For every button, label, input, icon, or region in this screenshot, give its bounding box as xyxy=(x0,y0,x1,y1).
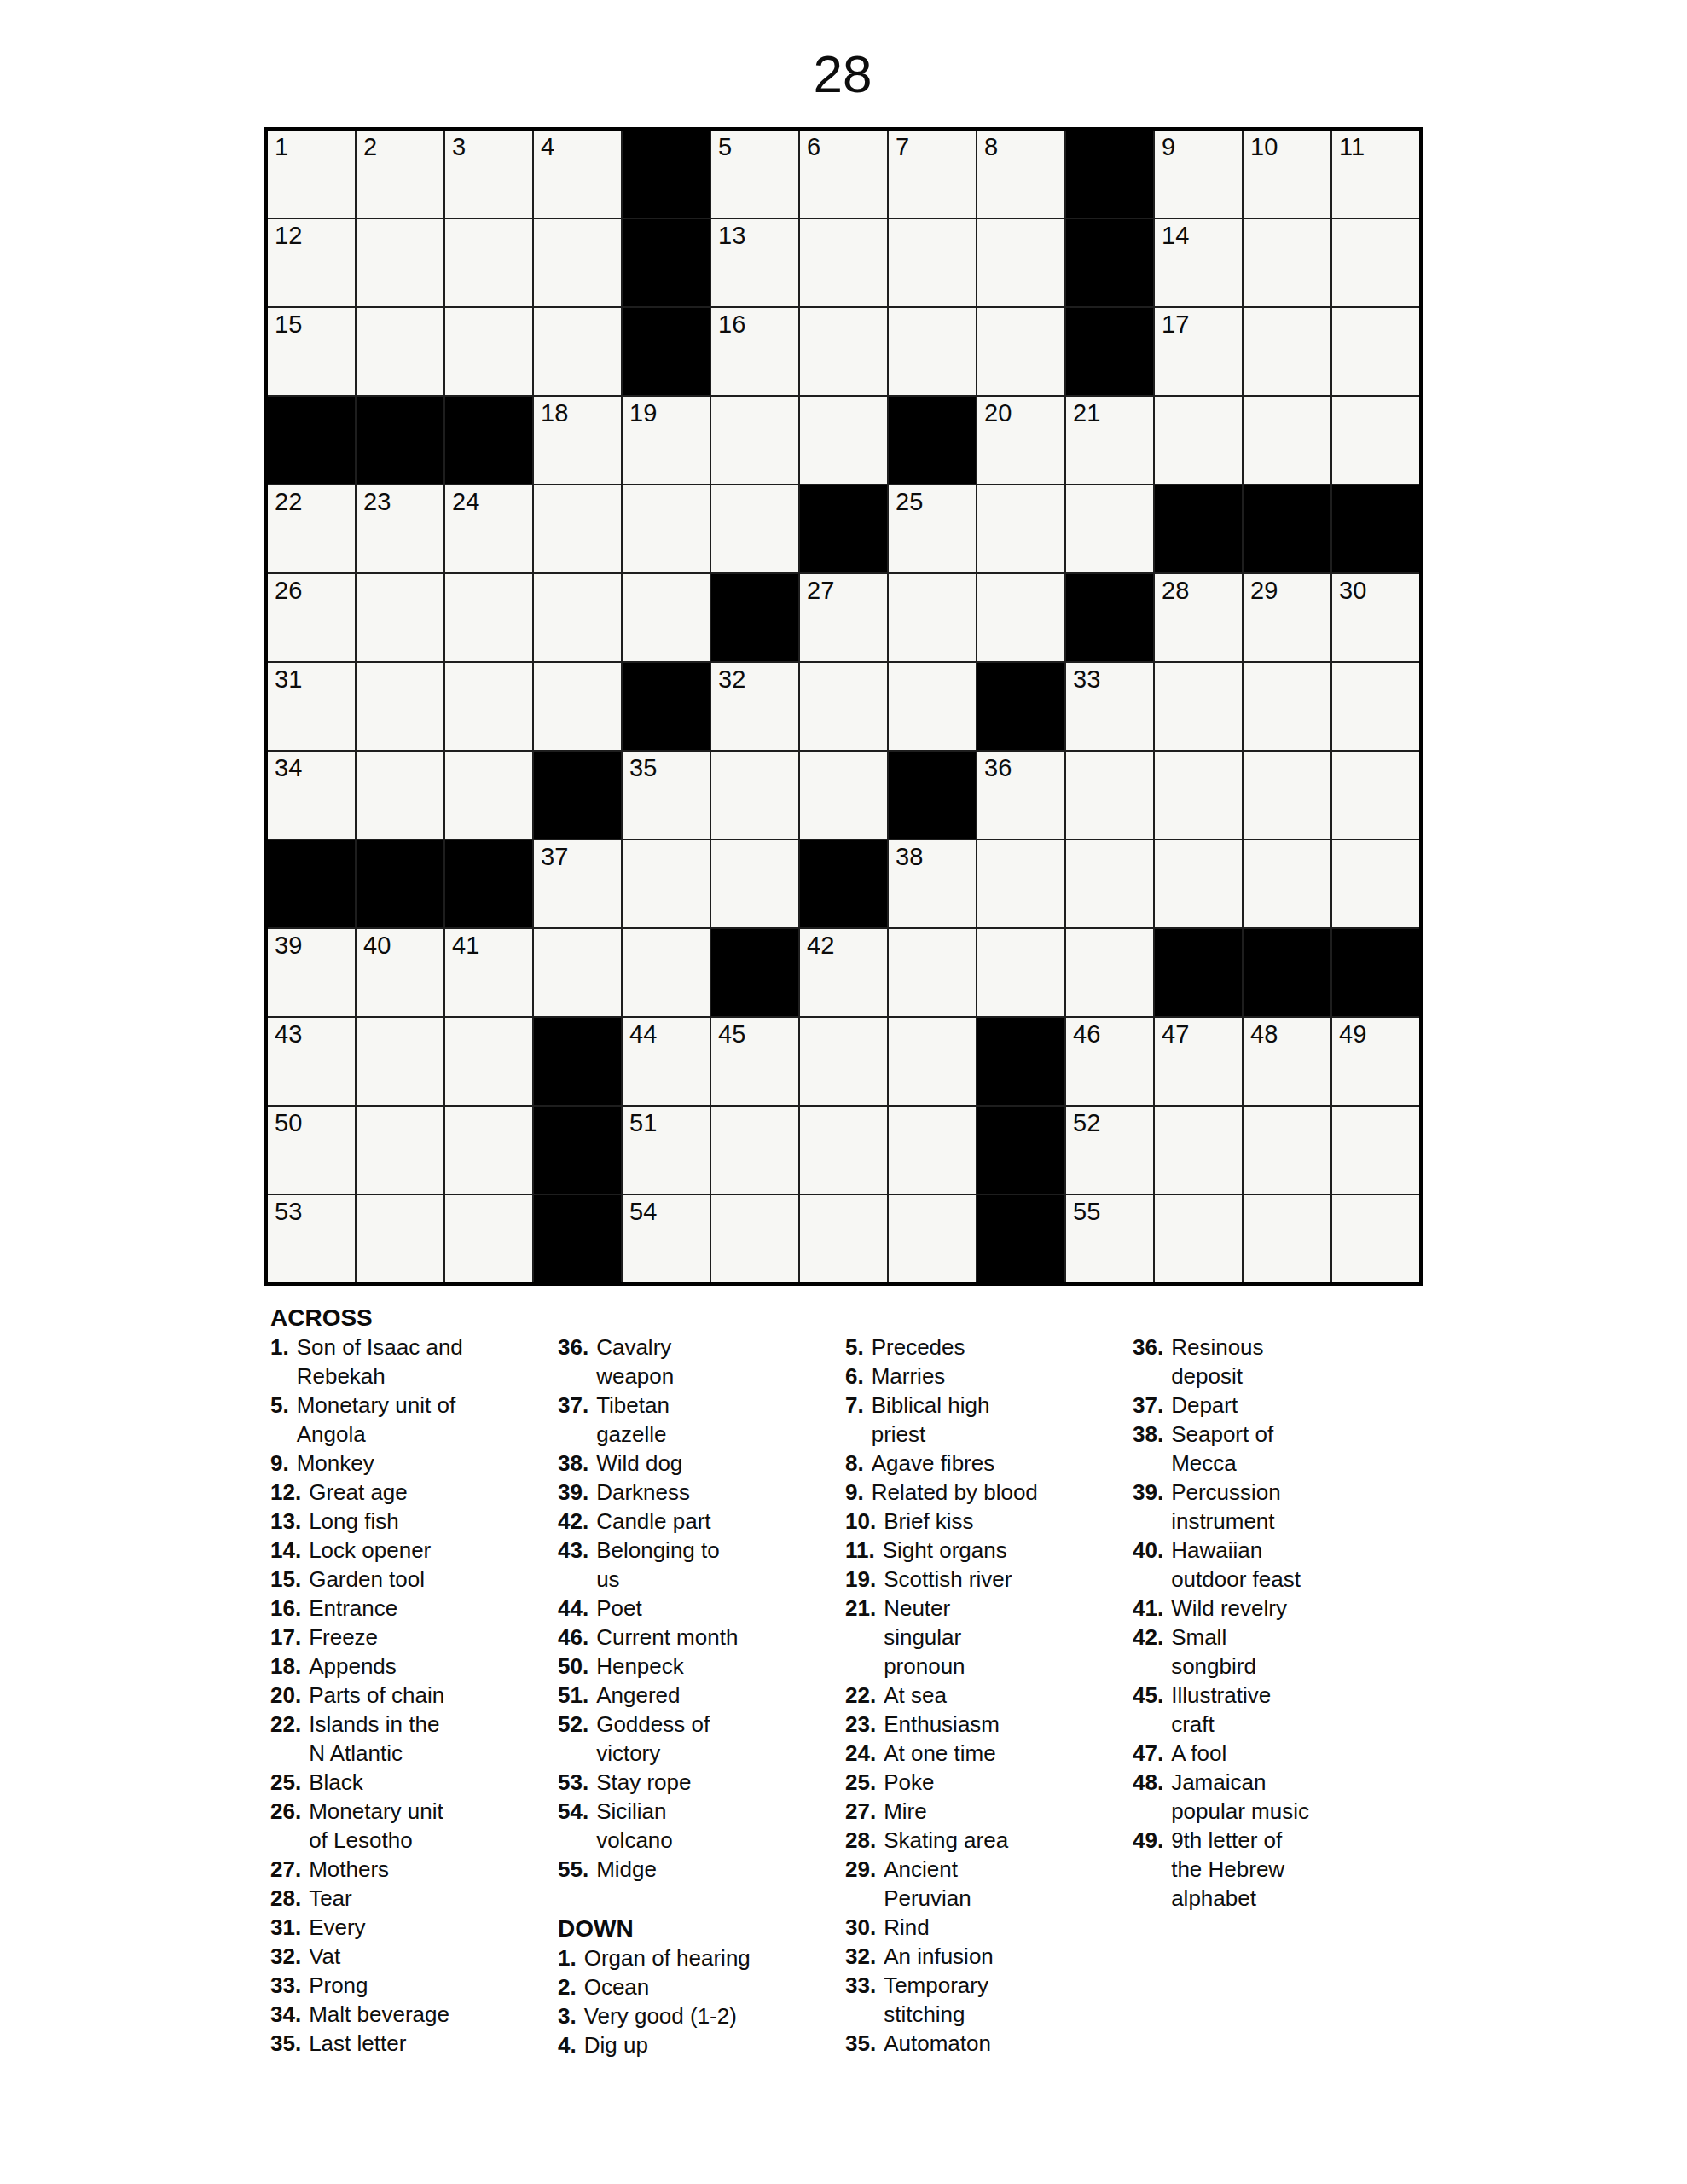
down-clue-21: 21.Neuter singular pronoun xyxy=(845,1594,1119,1681)
white-cell[interactable] xyxy=(1244,397,1330,484)
cell-number: 25 xyxy=(896,490,923,514)
white-cell[interactable] xyxy=(800,1018,887,1105)
cell-number: 50 xyxy=(275,1111,302,1136)
white-cell[interactable] xyxy=(623,574,710,661)
black-cell xyxy=(445,397,532,484)
white-cell[interactable]: 16 xyxy=(711,308,798,395)
white-cell[interactable]: 14 xyxy=(1155,219,1242,306)
black-cell xyxy=(268,397,355,484)
cell-number: 52 xyxy=(1073,1111,1100,1136)
white-cell[interactable]: 44 xyxy=(623,1018,710,1105)
white-cell[interactable]: 5 xyxy=(711,131,798,218)
white-cell[interactable] xyxy=(1066,752,1153,839)
white-cell[interactable] xyxy=(1244,1195,1330,1282)
white-cell[interactable] xyxy=(800,219,887,306)
black-cell xyxy=(1066,131,1153,218)
across-clue-31: 31.Every xyxy=(270,1913,544,1942)
white-cell[interactable]: 34 xyxy=(268,752,355,839)
clue-text: Sight organs xyxy=(883,1536,1007,1565)
clue-text: Enthusiasm xyxy=(884,1710,1000,1739)
clue-number: 38. xyxy=(558,1449,588,1478)
across-clue-38: 38.Wild dog xyxy=(558,1449,832,1478)
clue-number: 32. xyxy=(270,1942,301,1971)
white-cell[interactable]: 39 xyxy=(268,929,355,1016)
white-cell[interactable]: 20 xyxy=(977,397,1064,484)
white-cell[interactable] xyxy=(711,1107,798,1194)
white-cell[interactable] xyxy=(977,929,1064,1016)
black-cell xyxy=(534,1195,621,1282)
white-cell[interactable]: 36 xyxy=(977,752,1064,839)
clue-text: Sicilian volcano xyxy=(596,1797,673,1855)
across-clue-42: 42.Candle part xyxy=(558,1507,832,1536)
cell-number: 53 xyxy=(275,1199,302,1224)
white-cell[interactable]: 27 xyxy=(800,574,887,661)
clue-text: Small songbird xyxy=(1171,1623,1256,1681)
white-cell[interactable] xyxy=(623,485,710,572)
clue-number: 36. xyxy=(1133,1333,1163,1391)
clue-text: Depart xyxy=(1171,1391,1238,1420)
down-clue-27: 27.Mire xyxy=(845,1797,1119,1826)
white-cell[interactable]: 52 xyxy=(1066,1107,1153,1194)
white-cell[interactable] xyxy=(1244,219,1330,306)
black-cell xyxy=(1155,485,1242,572)
across-clue-43: 43.Belonging to us xyxy=(558,1536,832,1594)
across-clue-17: 17.Freeze xyxy=(270,1623,544,1652)
clue-text: Tibetan gazelle xyxy=(596,1391,670,1449)
clue-number: 32. xyxy=(845,1942,876,1971)
white-cell[interactable] xyxy=(800,1195,887,1282)
across-clue-20: 20.Parts of chain xyxy=(270,1681,544,1710)
cell-number: 31 xyxy=(275,667,302,692)
white-cell[interactable]: 53 xyxy=(268,1195,355,1282)
white-cell[interactable] xyxy=(1244,752,1330,839)
white-cell[interactable] xyxy=(1155,1107,1242,1194)
clue-number: 38. xyxy=(1133,1420,1163,1478)
white-cell[interactable] xyxy=(534,485,621,572)
down-clue-25: 25.Poke xyxy=(845,1768,1119,1797)
white-cell[interactable]: 51 xyxy=(623,1107,710,1194)
across-clue-16: 16.Entrance xyxy=(270,1594,544,1623)
black-cell xyxy=(1066,219,1153,306)
clue-text: Automaton xyxy=(884,2029,991,2058)
black-cell xyxy=(711,929,798,1016)
clue-text: Vat xyxy=(309,1942,340,1971)
clue-number: 5. xyxy=(270,1391,289,1449)
white-cell[interactable]: 49 xyxy=(1332,1018,1419,1105)
white-cell[interactable]: 7 xyxy=(889,131,976,218)
white-cell[interactable]: 48 xyxy=(1244,1018,1330,1105)
clue-text: Scottish river xyxy=(884,1565,1012,1594)
black-cell xyxy=(623,219,710,306)
black-cell xyxy=(977,1107,1064,1194)
clue-number: 30. xyxy=(845,1913,876,1942)
clue-number: 24. xyxy=(845,1739,876,1768)
white-cell[interactable]: 40 xyxy=(357,929,443,1016)
white-cell[interactable] xyxy=(800,397,887,484)
black-cell xyxy=(800,485,887,572)
cell-number: 6 xyxy=(807,135,820,160)
clue-number: 48. xyxy=(1133,1768,1163,1826)
clue-text: Marries xyxy=(872,1362,946,1391)
clue-number: 2. xyxy=(558,1972,577,2001)
clue-number: 13. xyxy=(270,1507,301,1536)
clue-number: 21. xyxy=(845,1594,876,1681)
clue-text: Current month xyxy=(596,1623,738,1652)
clue-text: Belonging to us xyxy=(596,1536,720,1594)
white-cell[interactable] xyxy=(357,574,443,661)
cell-number: 11 xyxy=(1339,135,1365,160)
clue-number: 8. xyxy=(845,1449,864,1478)
down-clue-5: 5.Precedes xyxy=(845,1333,1119,1362)
clue-text: Candle part xyxy=(596,1507,710,1536)
white-cell[interactable] xyxy=(357,1107,443,1194)
cell-number: 13 xyxy=(718,224,745,248)
white-cell[interactable]: 4 xyxy=(534,131,621,218)
white-cell[interactable] xyxy=(1332,1107,1419,1194)
white-cell[interactable] xyxy=(357,308,443,395)
cell-number: 3 xyxy=(452,135,466,160)
clue-text: Resinous deposit xyxy=(1171,1333,1263,1391)
white-cell[interactable] xyxy=(623,840,710,927)
white-cell[interactable] xyxy=(800,308,887,395)
white-cell[interactable] xyxy=(1155,397,1242,484)
black-cell xyxy=(623,663,710,750)
black-cell xyxy=(800,840,887,927)
white-cell[interactable] xyxy=(1244,663,1330,750)
clue-number: 9. xyxy=(270,1449,289,1478)
clue-text: Garden tool xyxy=(309,1565,425,1594)
white-cell[interactable] xyxy=(445,219,532,306)
white-cell[interactable]: 41 xyxy=(445,929,532,1016)
white-cell[interactable]: 50 xyxy=(268,1107,355,1194)
white-cell[interactable] xyxy=(1155,663,1242,750)
white-cell[interactable] xyxy=(889,1018,976,1105)
white-cell[interactable] xyxy=(357,1018,443,1105)
black-cell xyxy=(977,1018,1064,1105)
clue-number: 33. xyxy=(270,1971,301,2000)
white-cell[interactable]: 8 xyxy=(977,131,1064,218)
white-cell[interactable]: 47 xyxy=(1155,1018,1242,1105)
white-cell[interactable]: 9 xyxy=(1155,131,1242,218)
cell-number: 17 xyxy=(1162,312,1189,337)
clue-text: Neuter singular pronoun xyxy=(884,1594,965,1681)
white-cell[interactable]: 43 xyxy=(268,1018,355,1105)
down-clue-4: 4.Dig up xyxy=(558,2030,832,2059)
clue-column-2: 36.Cavalry weapon37.Tibetan gazelle38.Wi… xyxy=(558,1303,845,2059)
cell-number: 9 xyxy=(1162,135,1175,160)
clue-text: Poke xyxy=(884,1768,934,1797)
white-cell[interactable] xyxy=(711,1195,798,1282)
white-cell[interactable]: 35 xyxy=(623,752,710,839)
white-cell[interactable] xyxy=(889,929,976,1016)
white-cell[interactable] xyxy=(800,663,887,750)
across-clue-15: 15.Garden tool xyxy=(270,1565,544,1594)
clue-number: 44. xyxy=(558,1594,588,1623)
clue-text: Mire xyxy=(884,1797,927,1826)
down-clue-41: 41.Wild revelry xyxy=(1133,1594,1406,1623)
clue-text: Angered xyxy=(596,1681,680,1710)
white-cell[interactable] xyxy=(1332,663,1419,750)
white-cell[interactable] xyxy=(1332,219,1419,306)
white-cell[interactable] xyxy=(534,663,621,750)
white-cell[interactable] xyxy=(357,219,443,306)
clue-column-4: 36.Resinous deposit37.Depart38.Seaport o… xyxy=(1133,1303,1420,1913)
white-cell[interactable] xyxy=(357,1195,443,1282)
clue-text: Monetary unit of Angola xyxy=(297,1391,455,1449)
clue-text: Brief kiss xyxy=(884,1507,973,1536)
clue-number: 34. xyxy=(270,2000,301,2029)
clue-text: Precedes xyxy=(872,1333,965,1362)
white-cell[interactable] xyxy=(1332,752,1419,839)
clue-text: Jamaican popular music xyxy=(1171,1768,1309,1826)
clue-number: 52. xyxy=(558,1710,588,1768)
across-clue-18: 18.Appends xyxy=(270,1652,544,1681)
white-cell[interactable] xyxy=(445,574,532,661)
clue-number: 54. xyxy=(558,1797,588,1855)
white-cell[interactable] xyxy=(1244,1107,1330,1194)
across-clue-5: 5.Monetary unit of Angola xyxy=(270,1391,544,1449)
white-cell[interactable] xyxy=(800,752,887,839)
white-cell[interactable] xyxy=(1066,929,1153,1016)
clue-number: 46. xyxy=(558,1623,588,1652)
white-cell[interactable] xyxy=(711,485,798,572)
white-cell[interactable] xyxy=(1066,485,1153,572)
white-cell[interactable]: 23 xyxy=(357,485,443,572)
white-cell[interactable] xyxy=(445,663,532,750)
clue-text: Ocean xyxy=(584,1972,650,2001)
cell-number: 22 xyxy=(275,490,302,514)
white-cell[interactable] xyxy=(889,1195,976,1282)
white-cell[interactable] xyxy=(711,840,798,927)
across-clue-52: 52.Goddess of victory xyxy=(558,1710,832,1768)
white-cell[interactable]: 31 xyxy=(268,663,355,750)
white-cell[interactable] xyxy=(534,219,621,306)
black-cell xyxy=(889,397,976,484)
across-clue-36: 36.Cavalry weapon xyxy=(558,1333,832,1391)
clue-text: Tear xyxy=(309,1884,352,1913)
black-cell xyxy=(357,840,443,927)
white-cell[interactable] xyxy=(1155,840,1242,927)
white-cell[interactable]: 21 xyxy=(1066,397,1153,484)
white-cell[interactable] xyxy=(889,574,976,661)
white-cell[interactable] xyxy=(711,752,798,839)
clue-text: An infusion xyxy=(884,1942,994,1971)
clue-text: Hawaiian outdoor feast xyxy=(1171,1536,1301,1594)
down-clue-6: 6.Marries xyxy=(845,1362,1119,1391)
across-clue-50: 50.Henpeck xyxy=(558,1652,832,1681)
white-cell[interactable]: 38 xyxy=(889,840,976,927)
cell-number: 28 xyxy=(1162,578,1189,603)
down-clue-32: 32.An infusion xyxy=(845,1942,1119,1971)
clue-text: Entrance xyxy=(309,1594,397,1623)
clue-number: 31. xyxy=(270,1913,301,1942)
white-cell[interactable]: 22 xyxy=(268,485,355,572)
clue-number: 10. xyxy=(845,1507,876,1536)
black-cell xyxy=(977,1195,1064,1282)
clue-number: 9. xyxy=(845,1478,864,1507)
white-cell[interactable]: 13 xyxy=(711,219,798,306)
cell-number: 10 xyxy=(1250,135,1278,160)
clue-number: 35. xyxy=(270,2029,301,2058)
clue-text: Agave fibres xyxy=(872,1449,995,1478)
clue-number: 28. xyxy=(845,1826,876,1855)
white-cell[interactable]: 10 xyxy=(1244,131,1330,218)
white-cell[interactable] xyxy=(445,752,532,839)
white-cell[interactable]: 33 xyxy=(1066,663,1153,750)
white-cell[interactable]: 2 xyxy=(357,131,443,218)
white-cell[interactable]: 46 xyxy=(1066,1018,1153,1105)
white-cell[interactable]: 24 xyxy=(445,485,532,572)
white-cell[interactable]: 3 xyxy=(445,131,532,218)
across-clue-28: 28.Tear xyxy=(270,1884,544,1913)
black-cell xyxy=(977,663,1064,750)
clue-number: 7. xyxy=(845,1391,864,1449)
clue-number: 19. xyxy=(845,1565,876,1594)
clue-number: 43. xyxy=(558,1536,588,1594)
white-cell[interactable]: 37 xyxy=(534,840,621,927)
white-cell[interactable] xyxy=(1155,1195,1242,1282)
clue-text: 9th letter of the Hebrew alphabet xyxy=(1171,1826,1284,1913)
black-cell xyxy=(445,840,532,927)
black-cell xyxy=(623,308,710,395)
cell-number: 27 xyxy=(807,578,834,603)
clue-number: 37. xyxy=(558,1391,588,1449)
clue-number: 11. xyxy=(845,1536,875,1565)
white-cell[interactable] xyxy=(534,574,621,661)
white-cell[interactable] xyxy=(800,1107,887,1194)
white-cell[interactable]: 42 xyxy=(800,929,887,1016)
cell-number: 2 xyxy=(363,135,377,160)
down-clue-22: 22.At sea xyxy=(845,1681,1119,1710)
white-cell[interactable] xyxy=(1332,840,1419,927)
white-cell[interactable] xyxy=(889,308,976,395)
white-cell[interactable] xyxy=(977,574,1064,661)
clue-text: Mothers xyxy=(309,1855,389,1884)
clue-text: Stay rope xyxy=(596,1768,691,1797)
cell-number: 15 xyxy=(275,312,302,337)
white-cell[interactable]: 12 xyxy=(268,219,355,306)
black-cell xyxy=(1332,929,1419,1016)
white-cell[interactable]: 26 xyxy=(268,574,355,661)
clue-number: 50. xyxy=(558,1652,588,1681)
cell-number: 14 xyxy=(1162,224,1189,248)
white-cell[interactable]: 25 xyxy=(889,485,976,572)
white-cell[interactable] xyxy=(1332,397,1419,484)
clue-text: Illustrative craft xyxy=(1171,1681,1271,1739)
cell-number: 43 xyxy=(275,1022,302,1047)
white-cell[interactable]: 54 xyxy=(623,1195,710,1282)
black-cell xyxy=(534,752,621,839)
white-cell[interactable] xyxy=(534,929,621,1016)
clue-text: Rind xyxy=(884,1913,929,1942)
white-cell[interactable] xyxy=(977,308,1064,395)
white-cell[interactable] xyxy=(711,397,798,484)
white-cell[interactable] xyxy=(977,840,1064,927)
cell-number: 8 xyxy=(984,135,998,160)
clue-number: 22. xyxy=(270,1710,301,1768)
white-cell[interactable] xyxy=(623,929,710,1016)
across-clue-1: 1.Son of Isaac and Rebekah xyxy=(270,1333,544,1391)
across-clue-25: 25.Black xyxy=(270,1768,544,1797)
black-cell xyxy=(1066,574,1153,661)
clue-text: At one time xyxy=(884,1739,996,1768)
clue-number: 14. xyxy=(270,1536,301,1565)
white-cell[interactable]: 28 xyxy=(1155,574,1242,661)
white-cell[interactable] xyxy=(977,219,1064,306)
black-cell xyxy=(268,840,355,927)
white-cell[interactable] xyxy=(889,663,976,750)
white-cell[interactable]: 11 xyxy=(1332,131,1419,218)
white-cell[interactable]: 18 xyxy=(534,397,621,484)
white-cell[interactable] xyxy=(445,308,532,395)
white-cell[interactable] xyxy=(445,1018,532,1105)
clue-number: 45. xyxy=(1133,1681,1163,1739)
white-cell[interactable] xyxy=(889,219,976,306)
clue-text: Seaport of Mecca xyxy=(1171,1420,1273,1478)
across-clue-44: 44.Poet xyxy=(558,1594,832,1623)
white-cell[interactable] xyxy=(357,663,443,750)
clue-text: Every xyxy=(309,1913,365,1942)
clue-text: Monetary unit of Lesotho xyxy=(309,1797,443,1855)
clue-number: 17. xyxy=(270,1623,301,1652)
page: { "game": "crossword", "title": "28", "g… xyxy=(0,0,1687,2184)
white-cell[interactable]: 19 xyxy=(623,397,710,484)
white-cell[interactable] xyxy=(889,1107,976,1194)
white-cell[interactable]: 29 xyxy=(1244,574,1330,661)
cell-number: 49 xyxy=(1339,1022,1366,1047)
down-clue-45: 45.Illustrative craft xyxy=(1133,1681,1406,1739)
white-cell[interactable]: 6 xyxy=(800,131,887,218)
white-cell[interactable]: 17 xyxy=(1155,308,1242,395)
down-clue-29: 29.Ancient Peruvian xyxy=(845,1855,1119,1913)
white-cell[interactable]: 45 xyxy=(711,1018,798,1105)
white-cell[interactable] xyxy=(1155,752,1242,839)
white-cell[interactable]: 30 xyxy=(1332,574,1419,661)
clue-number: 41. xyxy=(1133,1594,1163,1623)
white-cell[interactable]: 55 xyxy=(1066,1195,1153,1282)
white-cell[interactable] xyxy=(1332,308,1419,395)
white-cell[interactable] xyxy=(1244,840,1330,927)
clue-number: 51. xyxy=(558,1681,588,1710)
white-cell[interactable] xyxy=(1332,1195,1419,1282)
across-header: ACROSS xyxy=(270,1303,544,1333)
cell-number: 1 xyxy=(275,135,288,160)
white-cell[interactable]: 32 xyxy=(711,663,798,750)
cell-number: 39 xyxy=(275,933,302,958)
cell-number: 55 xyxy=(1073,1199,1100,1224)
clue-text: Long fish xyxy=(309,1507,399,1536)
clue-text: Goddess of victory xyxy=(596,1710,710,1768)
white-cell[interactable]: 1 xyxy=(268,131,355,218)
black-cell xyxy=(1244,929,1330,1016)
clue-text: Temporary stitching xyxy=(884,1971,988,2029)
white-cell[interactable] xyxy=(977,485,1064,572)
cell-number: 19 xyxy=(629,401,657,426)
clue-number: 42. xyxy=(1133,1623,1163,1681)
white-cell[interactable]: 15 xyxy=(268,308,355,395)
white-cell[interactable] xyxy=(445,1107,532,1194)
white-cell[interactable] xyxy=(357,752,443,839)
across-clue-32: 32.Vat xyxy=(270,1942,544,1971)
white-cell[interactable] xyxy=(1244,308,1330,395)
down-header: DOWN xyxy=(558,1914,832,1943)
white-cell[interactable] xyxy=(1066,840,1153,927)
clue-number: 1. xyxy=(270,1333,289,1391)
white-cell[interactable] xyxy=(445,1195,532,1282)
clue-number: 25. xyxy=(270,1768,301,1797)
white-cell[interactable] xyxy=(534,308,621,395)
clue-text: Prong xyxy=(309,1971,368,2000)
